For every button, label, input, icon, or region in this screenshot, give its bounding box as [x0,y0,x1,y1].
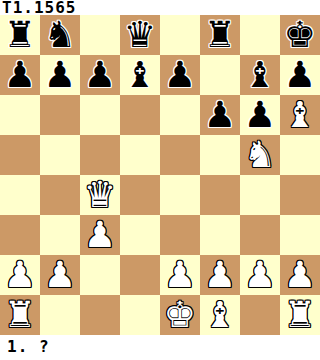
square-g2[interactable]: ♟ [240,255,280,295]
square-h6[interactable]: ♝ [280,95,320,135]
square-b3[interactable] [40,215,80,255]
piece-white-rook: ♜ [0,295,40,335]
square-g1[interactable] [240,295,280,335]
square-b2[interactable]: ♟ [40,255,80,295]
piece-black-queen: ♛ [120,15,160,55]
square-f2[interactable]: ♟ [200,255,240,295]
square-c4[interactable]: ♛ [80,175,120,215]
chess-board: ♜♞♛♜♚♟♟♟♝♟♝♟♟♟♝♞♛♟♟♟♟♟♟♟♜♚♝♜ [0,15,320,335]
square-a7[interactable]: ♟ [0,55,40,95]
square-e6[interactable] [160,95,200,135]
piece-black-pawn: ♟ [160,55,200,95]
square-f6[interactable]: ♟ [200,95,240,135]
puzzle-id: T1.1565 [0,0,320,15]
move-prompt: 1. ? [0,335,320,360]
square-a1[interactable]: ♜ [0,295,40,335]
square-c5[interactable] [80,135,120,175]
square-b6[interactable] [40,95,80,135]
square-h8[interactable]: ♚ [280,15,320,55]
square-c8[interactable] [80,15,120,55]
piece-white-pawn: ♟ [40,255,80,295]
square-b7[interactable]: ♟ [40,55,80,95]
piece-black-pawn: ♟ [240,95,280,135]
square-h1[interactable]: ♜ [280,295,320,335]
piece-white-king: ♚ [160,295,200,335]
square-c2[interactable] [80,255,120,295]
piece-black-bishop: ♝ [240,55,280,95]
square-e8[interactable] [160,15,200,55]
square-d6[interactable] [120,95,160,135]
piece-black-pawn: ♟ [0,55,40,95]
square-e2[interactable]: ♟ [160,255,200,295]
square-e1[interactable]: ♚ [160,295,200,335]
square-f1[interactable]: ♝ [200,295,240,335]
piece-white-bishop: ♝ [280,95,320,135]
piece-white-pawn: ♟ [0,255,40,295]
piece-black-knight: ♞ [40,15,80,55]
square-d3[interactable] [120,215,160,255]
square-d5[interactable] [120,135,160,175]
piece-black-rook: ♜ [0,15,40,55]
square-a3[interactable] [0,215,40,255]
square-h7[interactable]: ♟ [280,55,320,95]
piece-black-pawn: ♟ [80,55,120,95]
square-f8[interactable]: ♜ [200,15,240,55]
square-b1[interactable] [40,295,80,335]
square-a8[interactable]: ♜ [0,15,40,55]
piece-black-pawn: ♟ [40,55,80,95]
square-d8[interactable]: ♛ [120,15,160,55]
square-h5[interactable] [280,135,320,175]
square-e3[interactable] [160,215,200,255]
square-c1[interactable] [80,295,120,335]
piece-white-queen: ♛ [80,175,120,215]
square-g4[interactable] [240,175,280,215]
piece-white-pawn: ♟ [200,255,240,295]
square-d1[interactable] [120,295,160,335]
square-d7[interactable]: ♝ [120,55,160,95]
square-e5[interactable] [160,135,200,175]
square-a4[interactable] [0,175,40,215]
piece-white-pawn: ♟ [240,255,280,295]
piece-white-pawn: ♟ [80,215,120,255]
square-g8[interactable] [240,15,280,55]
square-b8[interactable]: ♞ [40,15,80,55]
square-a6[interactable] [0,95,40,135]
square-a5[interactable] [0,135,40,175]
square-c6[interactable] [80,95,120,135]
square-a2[interactable]: ♟ [0,255,40,295]
square-g6[interactable]: ♟ [240,95,280,135]
square-c7[interactable]: ♟ [80,55,120,95]
piece-black-pawn: ♟ [200,95,240,135]
square-f7[interactable] [200,55,240,95]
square-f3[interactable] [200,215,240,255]
square-h4[interactable] [280,175,320,215]
piece-white-pawn: ♟ [160,255,200,295]
square-d2[interactable] [120,255,160,295]
square-g5[interactable]: ♞ [240,135,280,175]
square-e7[interactable]: ♟ [160,55,200,95]
square-g3[interactable] [240,215,280,255]
square-g7[interactable]: ♝ [240,55,280,95]
piece-white-bishop: ♝ [200,295,240,335]
square-e4[interactable] [160,175,200,215]
piece-black-pawn: ♟ [280,55,320,95]
square-d4[interactable] [120,175,160,215]
square-h2[interactable]: ♟ [280,255,320,295]
square-h3[interactable] [280,215,320,255]
square-f4[interactable] [200,175,240,215]
piece-white-pawn: ♟ [280,255,320,295]
piece-white-rook: ♜ [280,295,320,335]
piece-black-rook: ♜ [200,15,240,55]
piece-white-knight: ♞ [240,135,280,175]
square-b5[interactable] [40,135,80,175]
square-b4[interactable] [40,175,80,215]
square-c3[interactable]: ♟ [80,215,120,255]
piece-black-king: ♚ [280,15,320,55]
square-f5[interactable] [200,135,240,175]
piece-black-bishop: ♝ [120,55,160,95]
